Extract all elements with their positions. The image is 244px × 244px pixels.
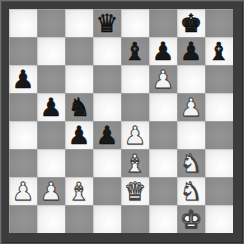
- square-f6[interactable]: ♟: [149, 65, 177, 93]
- square-f8[interactable]: [149, 9, 177, 37]
- white-bishop[interactable]: ♝: [121, 149, 149, 177]
- square-g5[interactable]: ♟: [177, 93, 205, 121]
- square-h5[interactable]: [205, 93, 233, 121]
- square-h1[interactable]: [205, 205, 233, 233]
- square-c5[interactable]: ♞: [65, 93, 93, 121]
- square-c7[interactable]: [65, 37, 93, 65]
- square-b8[interactable]: [37, 9, 65, 37]
- square-b3[interactable]: [37, 149, 65, 177]
- black-bishop[interactable]: ♝: [205, 37, 233, 65]
- square-a6[interactable]: ♟: [9, 65, 37, 93]
- square-h6[interactable]: [205, 65, 233, 93]
- square-h7[interactable]: ♝: [205, 37, 233, 65]
- square-c4[interactable]: ♟: [65, 121, 93, 149]
- black-bishop[interactable]: ♝: [121, 37, 149, 65]
- square-a2[interactable]: ♟: [9, 177, 37, 205]
- white-pawn[interactable]: ♟: [177, 93, 205, 121]
- square-c2[interactable]: ♝: [65, 177, 93, 205]
- square-d7[interactable]: [93, 37, 121, 65]
- square-f1[interactable]: [149, 205, 177, 233]
- square-e5[interactable]: [121, 93, 149, 121]
- square-f2[interactable]: [149, 177, 177, 205]
- square-e3[interactable]: ♝: [121, 149, 149, 177]
- square-a8[interactable]: [9, 9, 37, 37]
- square-f3[interactable]: [149, 149, 177, 177]
- square-h3[interactable]: [205, 149, 233, 177]
- square-g7[interactable]: ♟: [177, 37, 205, 65]
- square-h2[interactable]: [205, 177, 233, 205]
- square-a4[interactable]: [9, 121, 37, 149]
- square-g4[interactable]: [177, 121, 205, 149]
- square-e8[interactable]: [121, 9, 149, 37]
- square-f5[interactable]: [149, 93, 177, 121]
- square-a1[interactable]: [9, 205, 37, 233]
- square-b5[interactable]: ♟: [37, 93, 65, 121]
- square-a3[interactable]: [9, 149, 37, 177]
- square-a5[interactable]: [9, 93, 37, 121]
- white-pawn[interactable]: ♟: [149, 65, 177, 93]
- square-d5[interactable]: [93, 93, 121, 121]
- chess-board-frame: ♛♚♝♟♟♝♟♟♟♞♟♟♟♟♝♞♟♟♝♛♞♚: [0, 0, 244, 244]
- white-knight[interactable]: ♞: [177, 149, 205, 177]
- black-pawn[interactable]: ♟: [37, 93, 65, 121]
- black-pawn[interactable]: ♟: [9, 65, 37, 93]
- square-d8[interactable]: ♛: [93, 9, 121, 37]
- black-pawn[interactable]: ♟: [177, 37, 205, 65]
- square-f7[interactable]: ♟: [149, 37, 177, 65]
- square-g2[interactable]: ♞: [177, 177, 205, 205]
- square-c1[interactable]: [65, 205, 93, 233]
- black-knight[interactable]: ♞: [65, 93, 93, 121]
- square-e6[interactable]: [121, 65, 149, 93]
- black-queen[interactable]: ♛: [93, 9, 121, 37]
- square-d2[interactable]: [93, 177, 121, 205]
- white-queen[interactable]: ♛: [121, 177, 149, 205]
- square-b6[interactable]: [37, 65, 65, 93]
- white-pawn[interactable]: ♟: [37, 177, 65, 205]
- square-g1[interactable]: ♚: [177, 205, 205, 233]
- white-knight[interactable]: ♞: [177, 177, 205, 205]
- square-f4[interactable]: [149, 121, 177, 149]
- white-bishop[interactable]: ♝: [65, 177, 93, 205]
- square-d1[interactable]: [93, 205, 121, 233]
- square-g6[interactable]: [177, 65, 205, 93]
- square-e4[interactable]: ♟: [121, 121, 149, 149]
- square-h8[interactable]: [205, 9, 233, 37]
- black-pawn[interactable]: ♟: [65, 121, 93, 149]
- square-g8[interactable]: ♚: [177, 9, 205, 37]
- square-g3[interactable]: ♞: [177, 149, 205, 177]
- white-pawn[interactable]: ♟: [9, 177, 37, 205]
- square-b1[interactable]: [37, 205, 65, 233]
- square-e2[interactable]: ♛: [121, 177, 149, 205]
- square-d6[interactable]: [93, 65, 121, 93]
- square-e1[interactable]: [121, 205, 149, 233]
- black-king[interactable]: ♚: [177, 9, 205, 37]
- square-b7[interactable]: [37, 37, 65, 65]
- square-b4[interactable]: [37, 121, 65, 149]
- chess-board: ♛♚♝♟♟♝♟♟♟♞♟♟♟♟♝♞♟♟♝♛♞♚: [9, 9, 233, 233]
- white-king[interactable]: ♚: [177, 205, 205, 233]
- square-b2[interactable]: ♟: [37, 177, 65, 205]
- black-pawn[interactable]: ♟: [93, 121, 121, 149]
- square-c8[interactable]: [65, 9, 93, 37]
- square-c3[interactable]: [65, 149, 93, 177]
- square-d3[interactable]: [93, 149, 121, 177]
- square-c6[interactable]: [65, 65, 93, 93]
- square-a7[interactable]: [9, 37, 37, 65]
- black-pawn[interactable]: ♟: [149, 37, 177, 65]
- square-e7[interactable]: ♝: [121, 37, 149, 65]
- square-h4[interactable]: [205, 121, 233, 149]
- square-d4[interactable]: ♟: [93, 121, 121, 149]
- white-pawn[interactable]: ♟: [121, 121, 149, 149]
